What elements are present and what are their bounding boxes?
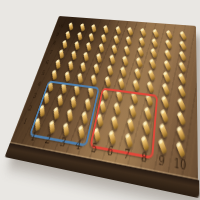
brass-peg bbox=[107, 65, 114, 76]
brass-peg bbox=[124, 46, 131, 56]
brass-peg bbox=[103, 25, 109, 34]
brass-peg bbox=[159, 123, 168, 138]
brass-peg bbox=[68, 60, 74, 71]
brass-peg bbox=[118, 77, 125, 89]
brass-peg bbox=[111, 44, 117, 54]
brass-peg bbox=[177, 85, 186, 98]
brass-peg bbox=[56, 59, 61, 70]
brass-peg bbox=[160, 108, 169, 122]
brass-peg bbox=[139, 37, 146, 47]
brass-peg bbox=[151, 48, 158, 59]
brass-peg bbox=[178, 73, 187, 85]
brass-peg bbox=[126, 36, 133, 46]
column-label: 8 bbox=[134, 146, 153, 169]
brass-peg bbox=[101, 34, 107, 43]
brass-peg bbox=[99, 43, 105, 53]
brass-peg bbox=[86, 42, 92, 52]
brass-peg bbox=[177, 97, 186, 111]
brass-peg bbox=[136, 57, 143, 68]
brass-peg bbox=[149, 58, 157, 69]
brass-peg bbox=[66, 31, 71, 40]
brass-peg bbox=[153, 29, 160, 38]
brass-peg bbox=[176, 125, 186, 141]
brass-peg bbox=[147, 81, 155, 93]
column-label: 10 bbox=[170, 153, 189, 177]
brass-peg bbox=[59, 49, 64, 59]
brass-peg bbox=[140, 28, 147, 37]
brass-peg bbox=[91, 24, 97, 33]
brass-peg bbox=[148, 69, 156, 81]
brass-peg bbox=[122, 56, 129, 67]
brass-peg bbox=[162, 83, 170, 96]
brass-peg bbox=[62, 40, 67, 50]
brass-peg bbox=[113, 35, 119, 45]
brass-peg bbox=[132, 79, 140, 91]
brass-peg bbox=[94, 63, 100, 74]
brass-peg bbox=[77, 32, 82, 41]
brass-peg bbox=[178, 51, 186, 62]
brass-peg bbox=[134, 68, 141, 80]
brass-peg bbox=[137, 47, 144, 57]
brass-peg bbox=[165, 40, 173, 50]
brass-peg bbox=[74, 41, 79, 51]
brass-peg bbox=[65, 71, 71, 82]
brass-peg bbox=[96, 53, 102, 63]
photo-scene: 12345678910 10987654321 bbox=[0, 0, 200, 200]
brass-peg bbox=[166, 30, 173, 40]
brass-peg bbox=[81, 62, 87, 73]
brass-peg bbox=[91, 74, 97, 86]
column-label: 9 bbox=[152, 150, 171, 174]
brass-peg bbox=[152, 38, 159, 48]
brass-peg bbox=[71, 50, 76, 60]
brass-peg bbox=[179, 31, 187, 41]
brass-peg bbox=[176, 111, 186, 126]
peg-board: 12345678910 10987654321 bbox=[10, 16, 198, 180]
brass-peg bbox=[104, 76, 111, 88]
brass-peg bbox=[69, 23, 74, 32]
brass-peg bbox=[127, 27, 133, 36]
brass-peg bbox=[164, 60, 172, 71]
brass-peg bbox=[164, 49, 172, 60]
brass-peg bbox=[178, 61, 186, 72]
brass-peg bbox=[163, 71, 171, 83]
brass-peg bbox=[89, 33, 95, 42]
brass-peg bbox=[161, 95, 170, 109]
brass-peg bbox=[179, 41, 187, 51]
brass-peg bbox=[115, 26, 121, 35]
brass-peg bbox=[52, 69, 57, 80]
brass-peg bbox=[80, 23, 85, 32]
brass-peg bbox=[84, 52, 90, 62]
brass-peg bbox=[78, 72, 84, 83]
brass-peg bbox=[120, 66, 127, 77]
brass-peg bbox=[109, 54, 115, 65]
